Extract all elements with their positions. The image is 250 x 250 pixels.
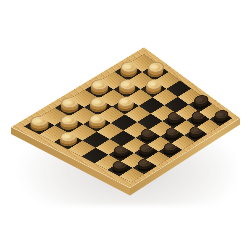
product-photo-stage	[0, 0, 250, 250]
